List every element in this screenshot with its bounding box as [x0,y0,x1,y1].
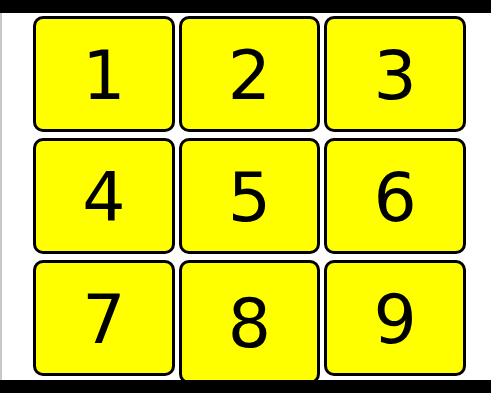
tile-4[interactable]: 4 [33,138,175,254]
top-frame-bar [0,0,491,13]
tile-2-label: 2 [228,42,271,110]
tile-3-label: 3 [374,42,417,110]
tile-5-label: 5 [228,164,271,232]
tile-9-label: 9 [374,286,417,354]
bottom-frame-bar [0,380,491,393]
tile-3[interactable]: 3 [324,16,466,132]
tile-6-label: 6 [374,164,417,232]
left-edge-line [0,13,2,380]
tile-8[interactable]: 8 [179,260,321,384]
tile-9[interactable]: 9 [324,260,466,376]
tile-6[interactable]: 6 [324,138,466,254]
tile-1[interactable]: 1 [33,16,175,132]
tile-7-label: 7 [82,286,125,354]
tile-1-label: 1 [82,42,125,110]
tile-4-label: 4 [82,164,125,232]
number-tile-board-screen: 1 2 3 4 5 6 7 8 9 [0,0,491,393]
tile-grid: 1 2 3 4 5 6 7 8 9 [33,16,466,376]
tile-5[interactable]: 5 [179,138,321,254]
tile-7[interactable]: 7 [33,260,175,376]
tile-2[interactable]: 2 [179,16,321,132]
tile-8-label: 8 [228,290,271,358]
